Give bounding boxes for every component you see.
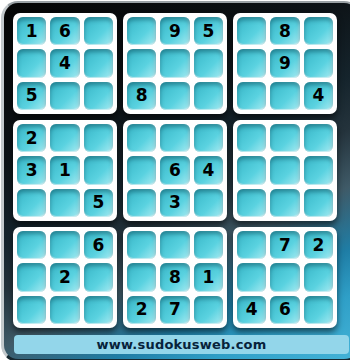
cell-r2-c2[interactable]: 4 — [50, 49, 79, 77]
cell-r1-c7[interactable] — [237, 17, 266, 45]
cell-r9-c1[interactable] — [17, 296, 46, 324]
cell-r6-c9[interactable] — [304, 189, 333, 217]
cell-r3-c7[interactable] — [237, 82, 266, 110]
cell-r2-c7[interactable] — [237, 49, 266, 77]
cell-r5-c3[interactable] — [84, 156, 113, 184]
cell-r6-c1[interactable] — [17, 189, 46, 217]
box-1-1: 1645 — [13, 13, 117, 114]
cell-r3-c2[interactable] — [50, 82, 79, 110]
cell-r3-c1[interactable]: 5 — [17, 82, 46, 110]
cell-r9-c5[interactable]: 7 — [160, 296, 189, 324]
cell-r5-c7[interactable] — [237, 156, 266, 184]
cell-r9-c8[interactable]: 6 — [270, 296, 299, 324]
cell-r5-c1[interactable]: 3 — [17, 156, 46, 184]
cell-r5-c8[interactable] — [270, 156, 299, 184]
cell-r8-c4[interactable] — [127, 263, 156, 291]
box-1-2: 958 — [123, 13, 227, 114]
cell-r6-c6[interactable] — [194, 189, 223, 217]
cell-r2-c3[interactable] — [84, 49, 113, 77]
cell-r9-c9[interactable] — [304, 296, 333, 324]
box-2-2: 643 — [123, 120, 227, 221]
cell-r1-c5[interactable]: 9 — [160, 17, 189, 45]
sudoku-widget: 164595889423156436281277246 www.sudokusw… — [0, 0, 350, 360]
cell-r2-c9[interactable] — [304, 49, 333, 77]
cell-r5-c2[interactable]: 1 — [50, 156, 79, 184]
cell-r4-c2[interactable] — [50, 124, 79, 152]
sudoku-board: 164595889423156436281277246 — [13, 13, 350, 328]
cell-r2-c4[interactable] — [127, 49, 156, 77]
cell-r1-c2[interactable]: 6 — [50, 17, 79, 45]
cell-r2-c1[interactable] — [17, 49, 46, 77]
cell-r4-c8[interactable] — [270, 124, 299, 152]
box-2-3 — [233, 120, 337, 221]
cell-r1-c4[interactable] — [127, 17, 156, 45]
cell-r1-c8[interactable]: 8 — [270, 17, 299, 45]
cell-r8-c1[interactable] — [17, 263, 46, 291]
cell-r7-c1[interactable] — [17, 231, 46, 259]
cell-r8-c7[interactable] — [237, 263, 266, 291]
cell-r1-c1[interactable]: 1 — [17, 17, 46, 45]
cell-r7-c7[interactable] — [237, 231, 266, 259]
cell-r4-c5[interactable] — [160, 124, 189, 152]
cell-r2-c8[interactable]: 9 — [270, 49, 299, 77]
cell-r5-c6[interactable]: 4 — [194, 156, 223, 184]
cell-r1-c9[interactable] — [304, 17, 333, 45]
cell-r6-c4[interactable] — [127, 189, 156, 217]
cell-r4-c1[interactable]: 2 — [17, 124, 46, 152]
cell-r6-c8[interactable] — [270, 189, 299, 217]
cell-r9-c4[interactable]: 2 — [127, 296, 156, 324]
box-3-2: 8127 — [123, 227, 227, 328]
cell-r8-c9[interactable] — [304, 263, 333, 291]
cell-r6-c5[interactable]: 3 — [160, 189, 189, 217]
box-3-3: 7246 — [233, 227, 337, 328]
box-1-3: 894 — [233, 13, 337, 114]
cell-r8-c3[interactable] — [84, 263, 113, 291]
cell-r8-c2[interactable]: 2 — [50, 263, 79, 291]
cell-r7-c5[interactable] — [160, 231, 189, 259]
cell-r1-c6[interactable]: 5 — [194, 17, 223, 45]
cell-r4-c9[interactable] — [304, 124, 333, 152]
cell-r3-c3[interactable] — [84, 82, 113, 110]
cell-r8-c6[interactable]: 1 — [194, 263, 223, 291]
cell-r4-c4[interactable] — [127, 124, 156, 152]
cell-r9-c3[interactable] — [84, 296, 113, 324]
cell-r4-c6[interactable] — [194, 124, 223, 152]
cell-r7-c2[interactable] — [50, 231, 79, 259]
cell-r7-c6[interactable] — [194, 231, 223, 259]
board-frame: 164595889423156436281277246 www.sudokusw… — [1, 1, 350, 360]
cell-r6-c2[interactable] — [50, 189, 79, 217]
cell-r3-c8[interactable] — [270, 82, 299, 110]
website-url: www.sudokusweb.com — [97, 337, 267, 352]
cell-r9-c7[interactable]: 4 — [237, 296, 266, 324]
cell-r8-c8[interactable] — [270, 263, 299, 291]
cell-r4-c7[interactable] — [237, 124, 266, 152]
cell-r7-c8[interactable]: 7 — [270, 231, 299, 259]
cell-r5-c9[interactable] — [304, 156, 333, 184]
cell-r1-c3[interactable] — [84, 17, 113, 45]
cell-r8-c5[interactable]: 8 — [160, 263, 189, 291]
box-3-1: 62 — [13, 227, 117, 328]
footer-bar: www.sudokusweb.com — [14, 335, 349, 354]
cell-r3-c6[interactable] — [194, 82, 223, 110]
cell-r3-c5[interactable] — [160, 82, 189, 110]
cell-r3-c9[interactable]: 4 — [304, 82, 333, 110]
cell-r7-c9[interactable]: 2 — [304, 231, 333, 259]
cell-r7-c4[interactable] — [127, 231, 156, 259]
cell-r4-c3[interactable] — [84, 124, 113, 152]
cell-r9-c2[interactable] — [50, 296, 79, 324]
cell-r2-c6[interactable] — [194, 49, 223, 77]
cell-r3-c4[interactable]: 8 — [127, 82, 156, 110]
cell-r9-c6[interactable] — [194, 296, 223, 324]
cell-r7-c3[interactable]: 6 — [84, 231, 113, 259]
cell-r5-c4[interactable] — [127, 156, 156, 184]
cell-r2-c5[interactable] — [160, 49, 189, 77]
cell-r5-c5[interactable]: 6 — [160, 156, 189, 184]
cell-r6-c3[interactable]: 5 — [84, 189, 113, 217]
box-2-1: 2315 — [13, 120, 117, 221]
cell-r6-c7[interactable] — [237, 189, 266, 217]
